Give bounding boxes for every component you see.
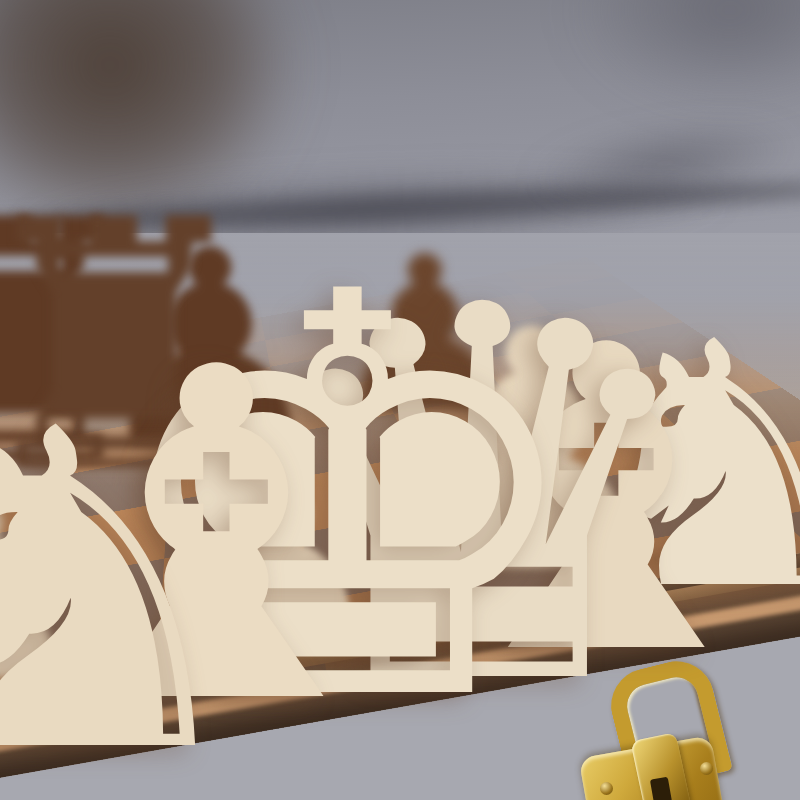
chess-set-photo: ♜♜♟♟♟♟♟♞♝♚♛♝♞ [0, 0, 800, 800]
pieces-layer: ♜♜♟♟♟♟♟♞♝♚♛♝♞ [0, 0, 800, 800]
white-knight-glyph: ♞ [0, 373, 266, 800]
white-knight-left: ♞ [0, 373, 312, 800]
